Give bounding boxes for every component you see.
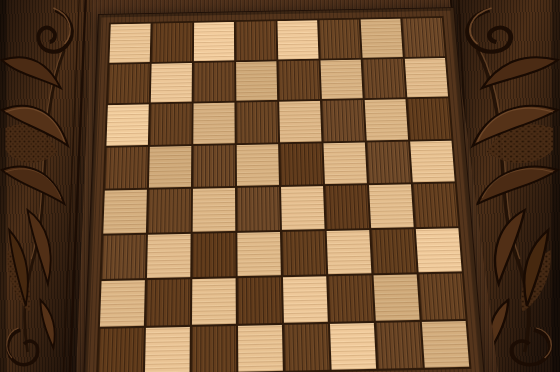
square-e6[interactable] bbox=[279, 101, 321, 142]
square-c7[interactable] bbox=[194, 62, 235, 102]
square-g5[interactable] bbox=[367, 141, 411, 183]
square-h8[interactable] bbox=[402, 18, 445, 57]
left-carved-panel bbox=[0, 0, 92, 372]
square-h1[interactable] bbox=[422, 320, 469, 367]
square-a5[interactable] bbox=[105, 146, 148, 188]
square-a1[interactable] bbox=[98, 327, 144, 372]
square-f1[interactable] bbox=[330, 322, 376, 369]
square-d1[interactable] bbox=[238, 324, 283, 371]
wooden-chessboard-photo bbox=[0, 0, 560, 372]
square-e4[interactable] bbox=[281, 186, 324, 229]
square-d4[interactable] bbox=[237, 187, 280, 230]
square-g8[interactable] bbox=[361, 19, 403, 58]
square-c1[interactable] bbox=[192, 325, 237, 372]
square-c6[interactable] bbox=[193, 103, 234, 144]
square-b2[interactable] bbox=[146, 279, 190, 325]
square-h3[interactable] bbox=[416, 228, 462, 273]
square-b1[interactable] bbox=[145, 326, 190, 372]
square-d7[interactable] bbox=[236, 61, 277, 101]
square-c3[interactable] bbox=[192, 232, 235, 277]
chess-board bbox=[96, 16, 472, 372]
square-c8[interactable] bbox=[194, 22, 234, 61]
square-e3[interactable] bbox=[282, 231, 326, 276]
square-a6[interactable] bbox=[106, 104, 148, 145]
square-e7[interactable] bbox=[278, 60, 320, 100]
square-e5[interactable] bbox=[280, 143, 323, 185]
square-d3[interactable] bbox=[237, 231, 281, 276]
board-perspective-wrap bbox=[83, 7, 485, 372]
square-a8[interactable] bbox=[109, 24, 150, 63]
square-h5[interactable] bbox=[410, 140, 455, 182]
square-g6[interactable] bbox=[365, 99, 408, 140]
square-f6[interactable] bbox=[322, 100, 365, 141]
square-c5[interactable] bbox=[193, 145, 235, 187]
square-b8[interactable] bbox=[152, 23, 193, 62]
board-frame bbox=[83, 7, 485, 372]
square-b6[interactable] bbox=[150, 103, 192, 144]
square-b4[interactable] bbox=[148, 189, 191, 232]
square-a2[interactable] bbox=[100, 280, 145, 326]
square-f8[interactable] bbox=[319, 20, 361, 59]
square-d6[interactable] bbox=[236, 102, 278, 143]
square-e1[interactable] bbox=[284, 323, 330, 370]
square-f3[interactable] bbox=[327, 230, 372, 275]
square-g3[interactable] bbox=[371, 229, 416, 274]
square-f7[interactable] bbox=[320, 59, 362, 99]
square-g4[interactable] bbox=[369, 184, 414, 227]
square-g1[interactable] bbox=[376, 321, 423, 368]
square-e2[interactable] bbox=[283, 276, 328, 322]
square-d2[interactable] bbox=[238, 277, 282, 323]
square-a3[interactable] bbox=[102, 234, 146, 279]
square-d8[interactable] bbox=[236, 21, 277, 60]
square-e8[interactable] bbox=[277, 20, 318, 59]
square-f4[interactable] bbox=[325, 185, 369, 228]
square-d5[interactable] bbox=[237, 144, 279, 186]
square-h2[interactable] bbox=[419, 273, 466, 319]
square-c2[interactable] bbox=[192, 278, 236, 324]
square-b5[interactable] bbox=[149, 146, 191, 188]
square-h7[interactable] bbox=[405, 58, 448, 98]
square-g2[interactable] bbox=[374, 274, 420, 320]
square-b3[interactable] bbox=[147, 233, 191, 278]
square-h4[interactable] bbox=[413, 183, 458, 226]
square-f5[interactable] bbox=[323, 142, 366, 184]
square-h6[interactable] bbox=[407, 98, 451, 139]
square-b7[interactable] bbox=[151, 63, 192, 103]
square-a7[interactable] bbox=[108, 63, 150, 103]
square-a4[interactable] bbox=[103, 190, 147, 233]
floral-carving-left-svg bbox=[0, 0, 92, 372]
square-f2[interactable] bbox=[328, 275, 373, 321]
square-g7[interactable] bbox=[363, 58, 406, 98]
square-c4[interactable] bbox=[193, 188, 236, 231]
